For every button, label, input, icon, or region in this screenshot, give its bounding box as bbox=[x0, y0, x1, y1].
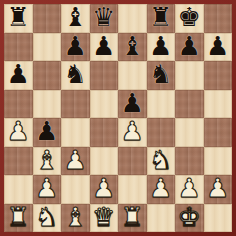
square-e2[interactable] bbox=[118, 175, 147, 204]
white-queen-d1: ♛ bbox=[92, 204, 115, 232]
square-d2[interactable]: ♟ bbox=[90, 175, 119, 204]
square-a2[interactable] bbox=[4, 175, 33, 204]
square-e8[interactable] bbox=[118, 4, 147, 33]
black-queen-d8: ♛ bbox=[92, 4, 115, 32]
square-c2[interactable] bbox=[61, 175, 90, 204]
square-e4[interactable]: ♟ bbox=[118, 118, 147, 147]
black-rook-a8: ♜ bbox=[7, 4, 30, 32]
square-d6[interactable] bbox=[90, 61, 119, 90]
square-f6[interactable]: ♞ bbox=[147, 61, 176, 90]
square-f4[interactable] bbox=[147, 118, 176, 147]
white-pawn-g2: ♟ bbox=[178, 175, 201, 203]
square-h8[interactable] bbox=[204, 4, 233, 33]
square-h5[interactable] bbox=[204, 90, 233, 119]
square-f8[interactable]: ♜ bbox=[147, 4, 176, 33]
square-d4[interactable] bbox=[90, 118, 119, 147]
square-g6[interactable] bbox=[175, 61, 204, 90]
square-d8[interactable]: ♛ bbox=[90, 4, 119, 33]
black-pawn-c7: ♟ bbox=[64, 33, 87, 61]
square-c8[interactable]: ♝ bbox=[61, 4, 90, 33]
white-rook-a1: ♜ bbox=[7, 204, 30, 232]
square-f2[interactable]: ♟ bbox=[147, 175, 176, 204]
square-a5[interactable] bbox=[4, 90, 33, 119]
square-e1[interactable]: ♜ bbox=[118, 204, 147, 233]
white-pawn-h2: ♟ bbox=[206, 175, 229, 203]
square-b6[interactable] bbox=[33, 61, 62, 90]
white-pawn-b2: ♟ bbox=[35, 175, 58, 203]
square-c4[interactable] bbox=[61, 118, 90, 147]
square-b3[interactable]: ♝ bbox=[33, 147, 62, 176]
square-b7[interactable] bbox=[33, 33, 62, 62]
square-b5[interactable] bbox=[33, 90, 62, 119]
white-knight-f3: ♞ bbox=[149, 147, 172, 175]
square-h3[interactable] bbox=[204, 147, 233, 176]
white-pawn-c3: ♟ bbox=[64, 147, 87, 175]
square-g5[interactable] bbox=[175, 90, 204, 119]
square-h7[interactable]: ♟ bbox=[204, 33, 233, 62]
black-pawn-b4: ♟ bbox=[35, 118, 58, 146]
square-a1[interactable]: ♜ bbox=[4, 204, 33, 233]
black-pawn-a6: ♟ bbox=[7, 61, 30, 89]
square-b4[interactable]: ♟ bbox=[33, 118, 62, 147]
square-c7[interactable]: ♟ bbox=[61, 33, 90, 62]
square-e6[interactable] bbox=[118, 61, 147, 90]
black-pawn-h7: ♟ bbox=[206, 33, 229, 61]
white-pawn-d2: ♟ bbox=[92, 175, 115, 203]
square-c6[interactable]: ♞ bbox=[61, 61, 90, 90]
square-d3[interactable] bbox=[90, 147, 119, 176]
board-frame: ♜♝♛♜♚♟♟♝♟♟♟♟♞♞♟♟♟♟♝♟♞♟♟♟♟♟♜♞♝♛♜♚ bbox=[0, 0, 236, 236]
black-bishop-c8: ♝ bbox=[64, 4, 87, 32]
square-e3[interactable] bbox=[118, 147, 147, 176]
black-pawn-e5: ♟ bbox=[121, 90, 144, 118]
square-f7[interactable]: ♟ bbox=[147, 33, 176, 62]
white-pawn-f2: ♟ bbox=[149, 175, 172, 203]
chess-board: ♜♝♛♜♚♟♟♝♟♟♟♟♞♞♟♟♟♟♝♟♞♟♟♟♟♟♜♞♝♛♜♚ bbox=[4, 4, 232, 232]
square-a3[interactable] bbox=[4, 147, 33, 176]
white-pawn-a4: ♟ bbox=[7, 118, 30, 146]
square-e7[interactable]: ♝ bbox=[118, 33, 147, 62]
square-g1[interactable]: ♚ bbox=[175, 204, 204, 233]
square-f3[interactable]: ♞ bbox=[147, 147, 176, 176]
square-g8[interactable]: ♚ bbox=[175, 4, 204, 33]
white-knight-b1: ♞ bbox=[35, 204, 58, 232]
black-rook-f8: ♜ bbox=[149, 4, 172, 32]
square-b1[interactable]: ♞ bbox=[33, 204, 62, 233]
white-bishop-b3: ♝ bbox=[35, 147, 58, 175]
black-bishop-e7: ♝ bbox=[121, 33, 144, 61]
square-a6[interactable]: ♟ bbox=[4, 61, 33, 90]
square-g7[interactable]: ♟ bbox=[175, 33, 204, 62]
square-f5[interactable] bbox=[147, 90, 176, 119]
square-a4[interactable]: ♟ bbox=[4, 118, 33, 147]
square-h6[interactable] bbox=[204, 61, 233, 90]
square-a7[interactable] bbox=[4, 33, 33, 62]
square-d7[interactable]: ♟ bbox=[90, 33, 119, 62]
square-h4[interactable] bbox=[204, 118, 233, 147]
square-g3[interactable] bbox=[175, 147, 204, 176]
square-d5[interactable] bbox=[90, 90, 119, 119]
square-a8[interactable]: ♜ bbox=[4, 4, 33, 33]
white-bishop-c1: ♝ bbox=[64, 204, 87, 232]
black-pawn-d7: ♟ bbox=[92, 33, 115, 61]
square-h1[interactable] bbox=[204, 204, 233, 233]
square-c1[interactable]: ♝ bbox=[61, 204, 90, 233]
square-e5[interactable]: ♟ bbox=[118, 90, 147, 119]
square-h2[interactable]: ♟ bbox=[204, 175, 233, 204]
square-d1[interactable]: ♛ bbox=[90, 204, 119, 233]
black-knight-c6: ♞ bbox=[64, 61, 87, 89]
square-g4[interactable] bbox=[175, 118, 204, 147]
square-g2[interactable]: ♟ bbox=[175, 175, 204, 204]
white-rook-e1: ♜ bbox=[121, 204, 144, 232]
square-f1[interactable] bbox=[147, 204, 176, 233]
square-c5[interactable] bbox=[61, 90, 90, 119]
black-knight-f6: ♞ bbox=[149, 61, 172, 89]
black-pawn-f7: ♟ bbox=[149, 33, 172, 61]
square-b8[interactable] bbox=[33, 4, 62, 33]
square-c3[interactable]: ♟ bbox=[61, 147, 90, 176]
black-king-g8: ♚ bbox=[178, 4, 201, 32]
black-pawn-g7: ♟ bbox=[178, 33, 201, 61]
white-pawn-e4: ♟ bbox=[121, 118, 144, 146]
square-b2[interactable]: ♟ bbox=[33, 175, 62, 204]
white-king-g1: ♚ bbox=[178, 204, 201, 232]
